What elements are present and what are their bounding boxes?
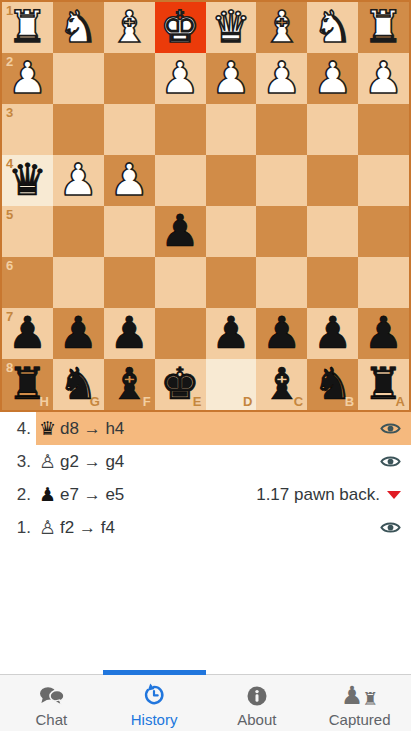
square-b5[interactable] bbox=[307, 206, 358, 257]
piece-bP-d7: ♟ bbox=[211, 311, 250, 355]
square-b8[interactable]: ♞B bbox=[307, 359, 358, 410]
square-a1[interactable]: ♜ bbox=[358, 2, 409, 53]
rank-label-6: 6 bbox=[6, 259, 13, 272]
view-move-eye-button[interactable] bbox=[380, 421, 401, 436]
piece-wR-h1: ♜ bbox=[8, 5, 47, 49]
square-f5[interactable] bbox=[104, 206, 155, 257]
move-piece-icon: ♙ bbox=[39, 452, 56, 471]
move-text: g2 → g4 bbox=[60, 452, 124, 472]
square-c8[interactable]: ♝C bbox=[256, 359, 307, 410]
square-e8[interactable]: ♚E bbox=[155, 359, 206, 410]
square-c4[interactable] bbox=[256, 155, 307, 206]
square-g3[interactable] bbox=[53, 104, 104, 155]
piece-wP-e2: ♟ bbox=[160, 56, 199, 100]
piece-wP-d2: ♟ bbox=[211, 56, 250, 100]
move-body: ♙f2 → f4 bbox=[36, 511, 411, 544]
square-g7[interactable]: ♟ bbox=[53, 308, 104, 359]
piece-wP-f4: ♟ bbox=[109, 158, 148, 202]
file-label-D: D bbox=[243, 395, 252, 408]
square-h5[interactable]: 5 bbox=[2, 206, 53, 257]
chess-app: ♜1♞♝♚♛♝♞♜♟2♟♟♟♟♟3♛4♟♟5♟6♟7♟♟♟♟♟♟♜8H♞G♝F♚… bbox=[0, 0, 411, 731]
square-h6[interactable]: 6 bbox=[2, 257, 53, 308]
square-g4[interactable]: ♟ bbox=[53, 155, 104, 206]
square-g8[interactable]: ♞G bbox=[53, 359, 104, 410]
file-label-H: H bbox=[39, 395, 48, 408]
square-c1[interactable]: ♝ bbox=[256, 2, 307, 53]
square-e6[interactable] bbox=[155, 257, 206, 308]
square-h2[interactable]: ♟2 bbox=[2, 53, 53, 104]
tab-captured-label: Captured bbox=[329, 711, 391, 728]
square-a2[interactable]: ♟ bbox=[358, 53, 409, 104]
square-e7[interactable] bbox=[155, 308, 206, 359]
tab-chat[interactable]: Chat bbox=[0, 675, 103, 731]
move-number: 3. bbox=[0, 445, 36, 478]
square-h8[interactable]: ♜8H bbox=[2, 359, 53, 410]
square-a7[interactable]: ♟ bbox=[358, 308, 409, 359]
piece-wQ-d1: ♛ bbox=[211, 5, 250, 49]
tab-history-label: History bbox=[131, 711, 178, 728]
square-a5[interactable] bbox=[358, 206, 409, 257]
rank-label-5: 5 bbox=[6, 208, 13, 221]
square-f4[interactable]: ♟ bbox=[104, 155, 155, 206]
square-g5[interactable] bbox=[53, 206, 104, 257]
info-icon bbox=[245, 682, 269, 708]
square-d5[interactable] bbox=[206, 206, 257, 257]
square-g6[interactable] bbox=[53, 257, 104, 308]
file-label-F: F bbox=[143, 395, 151, 408]
tab-about[interactable]: About bbox=[206, 675, 309, 731]
file-label-B: B bbox=[345, 395, 354, 408]
piece-bP-h7: ♟ bbox=[8, 311, 47, 355]
square-c5[interactable] bbox=[256, 206, 307, 257]
view-move-eye-button[interactable] bbox=[380, 454, 401, 469]
square-a8[interactable]: ♜A bbox=[358, 359, 409, 410]
square-b4[interactable] bbox=[307, 155, 358, 206]
square-e4[interactable] bbox=[155, 155, 206, 206]
square-h4[interactable]: ♛4 bbox=[2, 155, 53, 206]
square-b2[interactable]: ♟ bbox=[307, 53, 358, 104]
move-number: 2. bbox=[0, 478, 36, 511]
square-e1[interactable]: ♚ bbox=[155, 2, 206, 53]
move-number: 1. bbox=[0, 511, 36, 544]
square-h1[interactable]: ♜1 bbox=[2, 2, 53, 53]
square-f8[interactable]: ♝F bbox=[104, 359, 155, 410]
square-d4[interactable] bbox=[206, 155, 257, 206]
file-label-C: C bbox=[294, 395, 303, 408]
rank-label-7: 7 bbox=[6, 310, 13, 323]
square-d3[interactable] bbox=[206, 104, 257, 155]
square-c3[interactable] bbox=[256, 104, 307, 155]
view-move-eye-button[interactable] bbox=[380, 520, 401, 535]
piece-bP-g7: ♟ bbox=[59, 311, 98, 355]
move-body: ♟e7 → e51.17 pawn back. bbox=[36, 478, 411, 511]
piece-wB-f1: ♝ bbox=[109, 5, 148, 49]
tab-about-label: About bbox=[237, 711, 276, 728]
piece-wN-b1: ♞ bbox=[313, 5, 352, 49]
square-f6[interactable] bbox=[104, 257, 155, 308]
tab-captured[interactable]: ♟♜ Captured bbox=[308, 675, 411, 731]
piece-bP-f7: ♟ bbox=[109, 311, 148, 355]
square-d8[interactable]: D bbox=[206, 359, 257, 410]
piece-wK-e1: ♚ bbox=[160, 5, 199, 49]
move-piece-icon: ♟ bbox=[39, 485, 56, 504]
piece-wP-a2: ♟ bbox=[364, 56, 403, 100]
square-f3[interactable] bbox=[104, 104, 155, 155]
square-d6[interactable] bbox=[206, 257, 257, 308]
move-piece-icon: ♛ bbox=[39, 419, 56, 438]
square-e5[interactable]: ♟ bbox=[155, 206, 206, 257]
tab-chat-label: Chat bbox=[36, 711, 68, 728]
captured-pieces-icon: ♟♜ bbox=[341, 682, 379, 708]
square-f1[interactable]: ♝ bbox=[104, 2, 155, 53]
square-b7[interactable]: ♟ bbox=[307, 308, 358, 359]
move-text: e7 → e5 bbox=[60, 485, 124, 505]
square-g1[interactable]: ♞ bbox=[53, 2, 104, 53]
active-tab-indicator bbox=[103, 670, 206, 675]
move-body: ♙g2 → g4 bbox=[36, 445, 411, 478]
rank-label-4: 4 bbox=[6, 157, 13, 170]
piece-wP-h2: ♟ bbox=[8, 56, 47, 100]
engine-eval-text: 1.17 pawn back. bbox=[256, 485, 380, 505]
piece-bP-b7: ♟ bbox=[313, 311, 352, 355]
square-c7[interactable]: ♟ bbox=[256, 308, 307, 359]
move-history-list: 4.♛d8 → h43.♙g2 → g42.♟e7 → e51.17 pawn … bbox=[0, 412, 411, 544]
move-text: f2 → f4 bbox=[60, 518, 115, 538]
piece-bP-a7: ♟ bbox=[364, 311, 403, 355]
history-clock-icon bbox=[141, 682, 167, 708]
square-b1[interactable]: ♞ bbox=[307, 2, 358, 53]
square-f7[interactable]: ♟ bbox=[104, 308, 155, 359]
square-a4[interactable] bbox=[358, 155, 409, 206]
piece-bQ-h4: ♛ bbox=[8, 158, 47, 202]
file-label-G: G bbox=[90, 395, 100, 408]
tab-history[interactable]: History bbox=[103, 675, 206, 731]
square-c6[interactable] bbox=[256, 257, 307, 308]
move-row-1[interactable]: 1.♙f2 → f4 bbox=[0, 511, 411, 544]
move-body: ♛d8 → h4 bbox=[36, 412, 411, 445]
square-b3[interactable] bbox=[307, 104, 358, 155]
square-e3[interactable] bbox=[155, 104, 206, 155]
chat-bubbles-icon bbox=[38, 682, 65, 708]
move-piece-icon: ♙ bbox=[39, 518, 56, 537]
move-row-4[interactable]: 4.♛d8 → h4 bbox=[0, 412, 411, 445]
piece-wR-a1: ♜ bbox=[364, 5, 403, 49]
rank-label-8: 8 bbox=[6, 361, 13, 374]
piece-bP-c7: ♟ bbox=[262, 311, 301, 355]
square-b6[interactable] bbox=[307, 257, 358, 308]
rank-label-1: 1 bbox=[6, 4, 13, 17]
square-f2[interactable] bbox=[104, 53, 155, 104]
move-row-2[interactable]: 2.♟e7 → e51.17 pawn back. bbox=[0, 478, 411, 511]
square-h3[interactable]: 3 bbox=[2, 104, 53, 155]
square-d2[interactable]: ♟ bbox=[206, 53, 257, 104]
piece-wN-g1: ♞ bbox=[59, 5, 98, 49]
piece-wP-b2: ♟ bbox=[313, 56, 352, 100]
square-a3[interactable] bbox=[358, 104, 409, 155]
move-number: 4. bbox=[0, 412, 36, 445]
square-h7[interactable]: ♟7 bbox=[2, 308, 53, 359]
bottom-nav-bar: Chat History About bbox=[0, 674, 411, 731]
move-text: d8 → h4 bbox=[60, 419, 124, 439]
square-g2[interactable] bbox=[53, 53, 104, 104]
square-e2[interactable]: ♟ bbox=[155, 53, 206, 104]
file-label-A: A bbox=[396, 395, 405, 408]
piece-wP-g4: ♟ bbox=[59, 158, 98, 202]
square-d1[interactable]: ♛ bbox=[206, 2, 257, 53]
file-label-E: E bbox=[193, 395, 202, 408]
chess-board: ♜1♞♝♚♛♝♞♜♟2♟♟♟♟♟3♛4♟♟5♟6♟7♟♟♟♟♟♟♜8H♞G♝F♚… bbox=[0, 0, 411, 412]
rank-label-2: 2 bbox=[6, 55, 13, 68]
rank-label-3: 3 bbox=[6, 106, 13, 119]
square-c2[interactable]: ♟ bbox=[256, 53, 307, 104]
square-d7[interactable]: ♟ bbox=[206, 308, 257, 359]
piece-wP-c2: ♟ bbox=[262, 56, 301, 100]
piece-bP-e5: ♟ bbox=[160, 209, 199, 253]
eval-dropdown-caret-icon[interactable] bbox=[387, 491, 401, 499]
move-row-3[interactable]: 3.♙g2 → g4 bbox=[0, 445, 411, 478]
piece-wB-c1: ♝ bbox=[262, 5, 301, 49]
square-a6[interactable] bbox=[358, 257, 409, 308]
